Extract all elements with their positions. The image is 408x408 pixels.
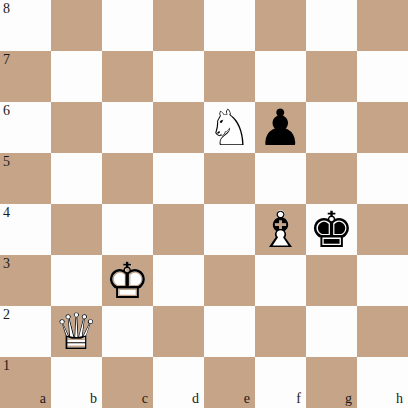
square-g1[interactable]: g <box>306 357 357 408</box>
square-e4[interactable] <box>204 204 255 255</box>
square-b8[interactable] <box>51 0 102 51</box>
square-g6[interactable] <box>306 102 357 153</box>
square-f4[interactable]: ♝♗ <box>255 204 306 255</box>
square-b4[interactable] <box>51 204 102 255</box>
file-label-e: e <box>244 392 250 406</box>
square-d1[interactable]: d <box>153 357 204 408</box>
rank-label-7: 7 <box>3 53 10 67</box>
square-f1[interactable]: f <box>255 357 306 408</box>
square-e2[interactable] <box>204 306 255 357</box>
rank-label-2: 2 <box>3 308 10 322</box>
square-b3[interactable] <box>51 255 102 306</box>
square-e3[interactable] <box>204 255 255 306</box>
square-f5[interactable] <box>255 153 306 204</box>
square-a7[interactable]: 7 <box>0 51 51 102</box>
square-g5[interactable] <box>306 153 357 204</box>
square-b5[interactable] <box>51 153 102 204</box>
square-c8[interactable] <box>102 0 153 51</box>
rank-label-5: 5 <box>3 155 10 169</box>
file-label-c: c <box>142 392 148 406</box>
file-label-d: d <box>192 392 199 406</box>
square-e5[interactable] <box>204 153 255 204</box>
square-h3[interactable] <box>357 255 408 306</box>
square-g4[interactable]: ♚ <box>306 204 357 255</box>
square-c7[interactable] <box>102 51 153 102</box>
chess-board: 876♞♘♟54♝♗♚3♚♔2♛♕1abcdefgh <box>0 0 408 408</box>
square-g2[interactable] <box>306 306 357 357</box>
file-label-f: f <box>296 392 301 406</box>
square-f2[interactable] <box>255 306 306 357</box>
square-f8[interactable] <box>255 0 306 51</box>
white-bishop[interactable]: ♝♗ <box>255 204 306 255</box>
rank-label-4: 4 <box>3 206 10 220</box>
square-c2[interactable] <box>102 306 153 357</box>
bishop-outline-glyph: ♗ <box>255 204 306 255</box>
square-d4[interactable] <box>153 204 204 255</box>
square-f3[interactable] <box>255 255 306 306</box>
square-a8[interactable]: 8 <box>0 0 51 51</box>
file-label-g: g <box>345 392 352 406</box>
square-a6[interactable]: 6 <box>0 102 51 153</box>
file-label-a: a <box>40 392 46 406</box>
square-b2[interactable]: ♛♕ <box>51 306 102 357</box>
square-d3[interactable] <box>153 255 204 306</box>
square-f6[interactable]: ♟ <box>255 102 306 153</box>
square-h1[interactable]: h <box>357 357 408 408</box>
square-g8[interactable] <box>306 0 357 51</box>
square-d6[interactable] <box>153 102 204 153</box>
square-g7[interactable] <box>306 51 357 102</box>
square-f7[interactable] <box>255 51 306 102</box>
square-a4[interactable]: 4 <box>0 204 51 255</box>
square-d7[interactable] <box>153 51 204 102</box>
black-pawn[interactable]: ♟ <box>255 102 306 153</box>
rank-label-3: 3 <box>3 257 10 271</box>
square-h7[interactable] <box>357 51 408 102</box>
square-h4[interactable] <box>357 204 408 255</box>
square-h8[interactable] <box>357 0 408 51</box>
knight-outline-glyph: ♘ <box>204 102 255 153</box>
square-e8[interactable] <box>204 0 255 51</box>
square-e6[interactable]: ♞♘ <box>204 102 255 153</box>
rank-label-1: 1 <box>3 359 10 373</box>
square-g3[interactable] <box>306 255 357 306</box>
square-d5[interactable] <box>153 153 204 204</box>
white-queen[interactable]: ♛♕ <box>51 306 102 357</box>
queen-outline-glyph: ♕ <box>51 306 102 357</box>
square-c6[interactable] <box>102 102 153 153</box>
white-knight[interactable]: ♞♘ <box>204 102 255 153</box>
square-h2[interactable] <box>357 306 408 357</box>
square-c5[interactable] <box>102 153 153 204</box>
king-outline-glyph: ♔ <box>102 255 153 306</box>
square-a5[interactable]: 5 <box>0 153 51 204</box>
square-c1[interactable]: c <box>102 357 153 408</box>
square-h6[interactable] <box>357 102 408 153</box>
file-label-b: b <box>90 392 97 406</box>
square-b7[interactable] <box>51 51 102 102</box>
file-label-h: h <box>396 392 403 406</box>
white-king[interactable]: ♚♔ <box>102 255 153 306</box>
square-d8[interactable] <box>153 0 204 51</box>
rank-label-8: 8 <box>3 2 10 16</box>
rank-label-6: 6 <box>3 104 10 118</box>
square-b6[interactable] <box>51 102 102 153</box>
square-a1[interactable]: 1a <box>0 357 51 408</box>
square-h5[interactable] <box>357 153 408 204</box>
square-d2[interactable] <box>153 306 204 357</box>
square-a3[interactable]: 3 <box>0 255 51 306</box>
pawn-glyph: ♟ <box>255 102 306 153</box>
square-c3[interactable]: ♚♔ <box>102 255 153 306</box>
black-king[interactable]: ♚ <box>306 204 357 255</box>
square-a2[interactable]: 2 <box>0 306 51 357</box>
square-b1[interactable]: b <box>51 357 102 408</box>
square-e1[interactable]: e <box>204 357 255 408</box>
square-e7[interactable] <box>204 51 255 102</box>
square-c4[interactable] <box>102 204 153 255</box>
king-glyph: ♚ <box>306 204 357 255</box>
